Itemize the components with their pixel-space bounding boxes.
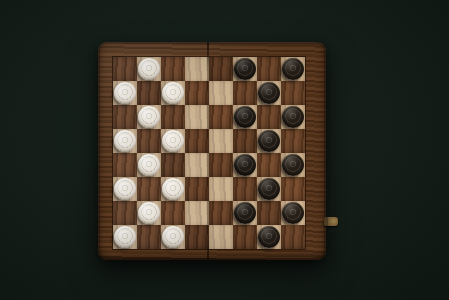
square-r5c4[interactable] — [185, 153, 209, 177]
black-checker-piece[interactable] — [258, 178, 280, 200]
square-r3c1[interactable] — [113, 105, 137, 129]
white-checker-piece[interactable] — [138, 154, 160, 176]
checkers-board — [98, 42, 326, 260]
square-r3c5[interactable] — [209, 105, 233, 129]
square-r5c2[interactable] — [137, 153, 161, 177]
black-checker-piece[interactable] — [234, 58, 256, 80]
black-checker-piece[interactable] — [234, 202, 256, 224]
black-checker-piece[interactable] — [282, 154, 304, 176]
square-r4c7[interactable] — [257, 129, 281, 153]
square-r7c2[interactable] — [137, 201, 161, 225]
square-r7c4[interactable] — [185, 201, 209, 225]
square-r2c3[interactable] — [161, 81, 185, 105]
square-r6c7[interactable] — [257, 177, 281, 201]
black-checker-piece[interactable] — [258, 82, 280, 104]
square-r8c8[interactable] — [281, 225, 305, 249]
white-checker-piece[interactable] — [114, 178, 136, 200]
white-checker-piece[interactable] — [138, 106, 160, 128]
white-checker-piece[interactable] — [138, 58, 160, 80]
square-r4c5[interactable] — [209, 129, 233, 153]
square-r2c2[interactable] — [137, 81, 161, 105]
square-r3c6[interactable] — [233, 105, 257, 129]
square-r4c6[interactable] — [233, 129, 257, 153]
square-r6c5[interactable] — [209, 177, 233, 201]
board-grid — [113, 57, 305, 249]
square-r1c4[interactable] — [185, 57, 209, 81]
square-r8c3[interactable] — [161, 225, 185, 249]
square-r4c8[interactable] — [281, 129, 305, 153]
white-checker-piece[interactable] — [162, 130, 184, 152]
white-checker-piece[interactable] — [114, 226, 136, 248]
square-r5c6[interactable] — [233, 153, 257, 177]
square-r2c8[interactable] — [281, 81, 305, 105]
black-checker-piece[interactable] — [234, 154, 256, 176]
square-r8c2[interactable] — [137, 225, 161, 249]
square-r1c2[interactable] — [137, 57, 161, 81]
black-checker-piece[interactable] — [282, 202, 304, 224]
square-r1c5[interactable] — [209, 57, 233, 81]
square-r2c6[interactable] — [233, 81, 257, 105]
square-r2c5[interactable] — [209, 81, 233, 105]
square-r6c1[interactable] — [113, 177, 137, 201]
square-r5c1[interactable] — [113, 153, 137, 177]
square-r8c5[interactable] — [209, 225, 233, 249]
square-r4c1[interactable] — [113, 129, 137, 153]
brass-clasp-icon — [324, 217, 338, 226]
square-r1c3[interactable] — [161, 57, 185, 81]
white-checker-piece[interactable] — [138, 202, 160, 224]
square-r6c2[interactable] — [137, 177, 161, 201]
black-checker-piece[interactable] — [282, 106, 304, 128]
square-r8c6[interactable] — [233, 225, 257, 249]
square-r1c7[interactable] — [257, 57, 281, 81]
square-r3c7[interactable] — [257, 105, 281, 129]
square-r5c7[interactable] — [257, 153, 281, 177]
white-checker-piece[interactable] — [162, 82, 184, 104]
square-r6c6[interactable] — [233, 177, 257, 201]
square-r1c8[interactable] — [281, 57, 305, 81]
black-checker-piece[interactable] — [234, 106, 256, 128]
square-r3c3[interactable] — [161, 105, 185, 129]
square-r3c8[interactable] — [281, 105, 305, 129]
square-r4c3[interactable] — [161, 129, 185, 153]
square-r7c1[interactable] — [113, 201, 137, 225]
square-r3c2[interactable] — [137, 105, 161, 129]
white-checker-piece[interactable] — [162, 178, 184, 200]
board-fold-seam — [207, 42, 209, 260]
square-r2c4[interactable] — [185, 81, 209, 105]
square-r8c1[interactable] — [113, 225, 137, 249]
square-r7c8[interactable] — [281, 201, 305, 225]
square-r2c1[interactable] — [113, 81, 137, 105]
square-r7c3[interactable] — [161, 201, 185, 225]
square-r1c1[interactable] — [113, 57, 137, 81]
square-r7c5[interactable] — [209, 201, 233, 225]
square-r5c5[interactable] — [209, 153, 233, 177]
square-r3c4[interactable] — [185, 105, 209, 129]
black-checker-piece[interactable] — [258, 226, 280, 248]
white-checker-piece[interactable] — [114, 82, 136, 104]
square-r6c3[interactable] — [161, 177, 185, 201]
square-r4c4[interactable] — [185, 129, 209, 153]
white-checker-piece[interactable] — [114, 130, 136, 152]
square-r2c7[interactable] — [257, 81, 281, 105]
square-r1c6[interactable] — [233, 57, 257, 81]
square-r7c7[interactable] — [257, 201, 281, 225]
square-r5c8[interactable] — [281, 153, 305, 177]
photo-backdrop — [0, 0, 449, 300]
square-r7c6[interactable] — [233, 201, 257, 225]
square-r6c4[interactable] — [185, 177, 209, 201]
white-checker-piece[interactable] — [162, 226, 184, 248]
square-r4c2[interactable] — [137, 129, 161, 153]
black-checker-piece[interactable] — [282, 58, 304, 80]
square-r6c8[interactable] — [281, 177, 305, 201]
square-r8c7[interactable] — [257, 225, 281, 249]
square-r5c3[interactable] — [161, 153, 185, 177]
black-checker-piece[interactable] — [258, 130, 280, 152]
square-r8c4[interactable] — [185, 225, 209, 249]
